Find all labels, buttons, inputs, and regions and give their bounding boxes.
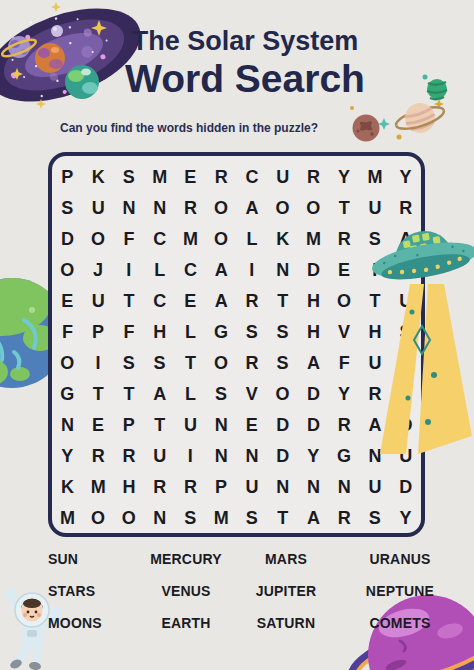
grid-cell[interactable]: R [329, 502, 360, 533]
grid-cell[interactable]: D [390, 471, 421, 502]
grid-cell[interactable]: Y [298, 440, 329, 471]
word-item: VENUS [161, 584, 210, 599]
grid-cell[interactable]: N [237, 440, 268, 471]
grid-cell[interactable]: C [175, 255, 206, 286]
ufo-beam [380, 284, 472, 454]
grid-cell[interactable]: R [114, 440, 145, 471]
grid-cell[interactable]: A [237, 193, 268, 224]
grid-cell[interactable]: A [298, 502, 329, 533]
grid-cell[interactable]: P [52, 162, 83, 193]
grid-cell[interactable]: N [52, 409, 83, 440]
grid-cell[interactable]: M [83, 471, 114, 502]
grid-cell[interactable]: A [144, 378, 175, 409]
grid-cell[interactable]: J [83, 255, 114, 286]
grid-cell[interactable]: U [175, 409, 206, 440]
word-item: MERCURY [150, 552, 222, 567]
grid-cell[interactable]: C [144, 286, 175, 317]
grid-cell[interactable]: O [298, 193, 329, 224]
grid-cell[interactable]: D [52, 224, 83, 255]
word-item: URANUS [369, 552, 430, 567]
grid-cell[interactable]: R [206, 162, 237, 193]
grid-cell[interactable]: O [329, 286, 360, 317]
grid-cell[interactable]: M [144, 162, 175, 193]
grid-cell[interactable]: O [52, 255, 83, 286]
grid-cell[interactable]: I [83, 347, 114, 378]
ringed-planet-icon [330, 573, 474, 670]
grid-cell[interactable]: R [237, 347, 268, 378]
grid-cell[interactable]: O [206, 224, 237, 255]
grid-cell[interactable]: V [237, 378, 268, 409]
word-column: MARSJUPITERSATURN [246, 552, 326, 631]
grid-cell[interactable]: L [175, 378, 206, 409]
grid-cell[interactable]: S [267, 317, 298, 348]
grid-cell[interactable]: R [144, 471, 175, 502]
grid-cell[interactable]: R [329, 224, 360, 255]
grid-cell[interactable]: A [206, 286, 237, 317]
grid-cell[interactable]: Y [329, 378, 360, 409]
grid-cell[interactable]: H [144, 317, 175, 348]
grid-cell[interactable]: N [329, 471, 360, 502]
brown-planet-icon [353, 115, 380, 142]
grid-cell[interactable]: N [144, 193, 175, 224]
grid-cell[interactable]: P [83, 317, 114, 348]
grid-cell[interactable]: V [329, 317, 360, 348]
grid-cell[interactable]: S [360, 502, 391, 533]
grid-cell[interactable]: U [144, 440, 175, 471]
page-title-line1: The Solar System [100, 24, 390, 58]
grid-cell[interactable]: T [267, 286, 298, 317]
grid-cell[interactable]: I [175, 440, 206, 471]
grid-cell[interactable]: S [237, 502, 268, 533]
grid-cell[interactable]: H [298, 317, 329, 348]
grid-cell[interactable]: D [298, 255, 329, 286]
grid-cell[interactable]: S [114, 162, 145, 193]
grid-cell[interactable]: N [144, 502, 175, 533]
grid-cell[interactable]: I [114, 255, 145, 286]
grid-cell[interactable]: L [144, 255, 175, 286]
grid-cell[interactable]: U [83, 286, 114, 317]
grid-cell[interactable]: U [360, 471, 391, 502]
grid-cell[interactable]: C [144, 224, 175, 255]
green-planet-icon [427, 79, 447, 99]
grid-cell[interactable]: D [298, 409, 329, 440]
grid-cell[interactable]: G [52, 378, 83, 409]
grid-cell[interactable]: T [329, 193, 360, 224]
grid-cell[interactable]: U [237, 471, 268, 502]
grid-cell[interactable]: K [267, 224, 298, 255]
grid-cell[interactable]: R [329, 409, 360, 440]
grid-cell[interactable]: E [237, 409, 268, 440]
grid-cell[interactable]: E [175, 286, 206, 317]
grid-cell[interactable]: U [83, 193, 114, 224]
puzzle-instructions: Can you find the words hidden in the puz… [60, 121, 318, 135]
grid-cell[interactable]: R [175, 471, 206, 502]
grid-cell[interactable]: N [298, 471, 329, 502]
grid-cell[interactable]: E [52, 286, 83, 317]
header: The Solar System Word Search [100, 24, 390, 100]
grid-cell[interactable]: R [298, 162, 329, 193]
grid-cell[interactable]: O [267, 193, 298, 224]
word-item: SUN [48, 552, 78, 567]
grid-cell[interactable]: T [144, 409, 175, 440]
grid-cell[interactable]: O [206, 193, 237, 224]
grid-cell[interactable]: O [83, 502, 114, 533]
grid-cell[interactable]: O [52, 347, 83, 378]
grid-cell[interactable]: H [114, 471, 145, 502]
grid-cell[interactable]: E [329, 255, 360, 286]
grid-cell[interactable]: H [298, 286, 329, 317]
grid-cell[interactable]: O [206, 347, 237, 378]
grid-cell[interactable]: N [206, 409, 237, 440]
word-item: JUPITER [256, 584, 317, 599]
grid-cell[interactable]: M [298, 224, 329, 255]
grid-cell[interactable]: T [175, 347, 206, 378]
grid-cell[interactable]: G [206, 317, 237, 348]
grid-cell[interactable]: F [52, 317, 83, 348]
grid-cell[interactable]: O [83, 224, 114, 255]
grid-cell[interactable]: S [52, 193, 83, 224]
astronaut-icon [0, 580, 62, 670]
grid-cell[interactable]: O [267, 378, 298, 409]
grid-cell[interactable]: M [175, 224, 206, 255]
teal-planet-icon [65, 65, 99, 99]
word-search-page: The Solar System Word Search Can you fin… [0, 0, 474, 670]
grid-cell[interactable]: L [175, 317, 206, 348]
word-item: MARS [265, 552, 307, 567]
grid-cell[interactable]: Y [390, 502, 421, 533]
grid-cell[interactable]: D [267, 409, 298, 440]
grid-cell[interactable]: Y [52, 440, 83, 471]
grid-cell[interactable]: E [175, 162, 206, 193]
grid-cell[interactable]: O [114, 502, 145, 533]
grid-cell[interactable]: S [267, 347, 298, 378]
grid-cell[interactable]: F [329, 347, 360, 378]
grid-cell[interactable]: S [114, 347, 145, 378]
grid-cell[interactable]: K [52, 471, 83, 502]
ufo-icon [366, 220, 474, 464]
grid-cell[interactable]: Y [390, 162, 421, 193]
grid-cell[interactable]: N [114, 193, 145, 224]
grid-cell[interactable]: M [52, 502, 83, 533]
grid-cell[interactable]: N [267, 471, 298, 502]
orange-planet-icon [35, 43, 65, 73]
grid-cell[interactable]: T [267, 502, 298, 533]
grid-cell[interactable]: T [114, 286, 145, 317]
grid-cell[interactable]: N [267, 255, 298, 286]
grid-cell[interactable]: A [206, 255, 237, 286]
grid-cell[interactable]: G [329, 440, 360, 471]
grid-cell[interactable]: K [83, 162, 114, 193]
grid-cell[interactable]: E [83, 409, 114, 440]
grid-cell[interactable]: S [144, 347, 175, 378]
grid-cell[interactable]: R [83, 440, 114, 471]
grid-cell[interactable]: M [206, 502, 237, 533]
grid-cell[interactable]: N [206, 440, 237, 471]
page-title-line2: Word Search [100, 58, 390, 100]
grid-cell[interactable]: D [298, 378, 329, 409]
grid-cell[interactable]: S [237, 317, 268, 348]
grid-cell[interactable]: I [237, 255, 268, 286]
grid-cell[interactable]: P [114, 409, 145, 440]
grid-cell[interactable]: S [175, 502, 206, 533]
grid-cell[interactable]: D [267, 440, 298, 471]
grid-cell[interactable]: R [237, 286, 268, 317]
grid-cell[interactable]: F [114, 224, 145, 255]
word-item: SATURN [257, 616, 316, 631]
grid-cell[interactable]: R [175, 193, 206, 224]
grid-cell[interactable]: C [237, 162, 268, 193]
grid-cell[interactable]: A [298, 347, 329, 378]
grid-cell[interactable]: P [206, 471, 237, 502]
word-column: MERCURYVENUSEARTH [146, 552, 226, 631]
grid-cell[interactable]: U [267, 162, 298, 193]
grid-cell[interactable]: L [237, 224, 268, 255]
grid-cell[interactable]: T [114, 378, 145, 409]
grid-cell[interactable]: M [360, 162, 391, 193]
grid-cell[interactable]: Y [329, 162, 360, 193]
word-item: EARTH [161, 616, 210, 631]
grid-cell[interactable]: F [114, 317, 145, 348]
grid-cell[interactable]: S [206, 378, 237, 409]
grid-cell[interactable]: T [83, 378, 114, 409]
